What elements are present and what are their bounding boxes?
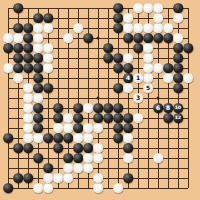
black-stone[interactable]	[113, 103, 123, 113]
white-stone[interactable]	[163, 23, 173, 33]
black-stone[interactable]	[123, 33, 133, 43]
black-stone[interactable]	[43, 163, 53, 173]
go-board[interactable]: 4153681012	[0, 0, 200, 200]
white-stone[interactable]	[93, 143, 103, 153]
white-stone[interactable]	[83, 133, 93, 143]
black-stone[interactable]	[173, 53, 183, 63]
white-stone[interactable]	[93, 153, 103, 163]
white-stone[interactable]	[123, 133, 133, 143]
black-stone[interactable]	[163, 63, 173, 73]
black-stone[interactable]	[53, 103, 63, 113]
black-stone[interactable]	[133, 33, 143, 43]
white-stone[interactable]	[33, 43, 43, 53]
white-stone[interactable]	[163, 73, 173, 83]
black-stone-move-6[interactable]: 6	[153, 103, 163, 113]
white-stone[interactable]	[153, 3, 163, 13]
grid-line-vertical	[118, 8, 119, 188]
white-stone[interactable]	[43, 43, 53, 53]
black-stone[interactable]	[113, 113, 123, 123]
black-stone[interactable]	[53, 133, 63, 143]
black-stone[interactable]	[123, 63, 133, 73]
black-stone[interactable]	[43, 13, 53, 23]
white-stone[interactable]	[23, 123, 33, 133]
white-stone[interactable]	[143, 23, 153, 33]
white-stone[interactable]	[23, 83, 33, 93]
black-stone[interactable]	[113, 83, 123, 93]
black-stone[interactable]	[123, 123, 133, 133]
black-stone[interactable]	[103, 113, 113, 123]
white-stone[interactable]	[13, 33, 23, 43]
black-stone[interactable]	[173, 43, 183, 53]
black-stone[interactable]	[73, 123, 83, 133]
black-stone-move-10[interactable]: 10	[173, 103, 183, 113]
black-stone[interactable]	[93, 113, 103, 123]
black-stone[interactable]	[33, 13, 43, 23]
black-stone[interactable]	[3, 183, 13, 193]
black-stone[interactable]	[113, 13, 123, 23]
white-stone[interactable]	[73, 23, 83, 33]
move-number-label: 12	[175, 116, 181, 121]
white-stone[interactable]	[173, 33, 183, 43]
black-stone[interactable]	[123, 173, 133, 183]
white-stone[interactable]	[43, 23, 53, 33]
move-number-label: 1	[136, 75, 140, 81]
white-stone[interactable]	[33, 183, 43, 193]
black-stone[interactable]	[113, 53, 123, 63]
white-stone-move-1[interactable]: 1	[133, 73, 143, 83]
black-stone[interactable]	[13, 63, 23, 73]
white-stone[interactable]	[73, 163, 83, 173]
black-stone[interactable]	[53, 143, 63, 153]
white-stone[interactable]	[143, 3, 153, 13]
white-stone[interactable]	[113, 183, 123, 193]
black-stone[interactable]	[103, 103, 113, 113]
black-stone[interactable]	[173, 63, 183, 73]
black-stone[interactable]	[63, 153, 73, 163]
white-stone[interactable]	[53, 123, 63, 133]
black-stone[interactable]	[73, 103, 83, 113]
white-stone[interactable]	[33, 93, 43, 103]
black-stone[interactable]	[23, 63, 33, 73]
white-stone[interactable]	[83, 153, 93, 163]
white-stone[interactable]	[63, 33, 73, 43]
white-stone[interactable]	[93, 173, 103, 183]
black-stone[interactable]	[13, 143, 23, 153]
black-stone-move-8[interactable]: 8	[163, 103, 173, 113]
black-stone[interactable]	[83, 33, 93, 43]
black-stone[interactable]	[33, 63, 43, 73]
white-stone[interactable]	[93, 123, 103, 133]
black-stone[interactable]	[33, 83, 43, 93]
white-stone[interactable]	[43, 173, 53, 183]
black-stone[interactable]	[143, 33, 153, 43]
black-stone[interactable]	[3, 133, 13, 143]
white-stone[interactable]	[153, 153, 163, 163]
black-stone[interactable]	[33, 113, 43, 123]
black-stone[interactable]	[163, 113, 173, 123]
white-stone[interactable]	[93, 183, 103, 193]
white-stone[interactable]	[153, 13, 163, 23]
black-stone[interactable]	[173, 83, 183, 93]
white-stone[interactable]	[143, 43, 153, 53]
white-stone[interactable]	[123, 23, 133, 33]
white-stone[interactable]	[63, 173, 73, 183]
black-stone[interactable]	[163, 33, 173, 43]
move-number-label: 8	[166, 105, 170, 111]
black-stone[interactable]	[33, 123, 43, 133]
black-stone[interactable]	[133, 43, 143, 53]
black-stone[interactable]	[13, 23, 23, 33]
black-stone[interactable]	[23, 53, 33, 63]
black-stone[interactable]	[13, 173, 23, 183]
black-stone[interactable]	[33, 153, 43, 163]
grid-line-vertical	[108, 8, 109, 188]
white-stone[interactable]	[33, 33, 43, 43]
move-number-label: 10	[175, 106, 181, 111]
black-stone[interactable]	[23, 173, 33, 183]
black-stone[interactable]	[103, 53, 113, 63]
move-number-label: 6	[156, 105, 160, 111]
white-stone[interactable]	[73, 133, 83, 143]
black-stone[interactable]	[113, 23, 123, 33]
white-stone[interactable]	[173, 13, 183, 23]
black-stone[interactable]	[103, 43, 113, 53]
black-stone[interactable]	[123, 113, 133, 123]
white-stone[interactable]	[123, 153, 133, 163]
black-stone[interactable]	[113, 133, 123, 143]
black-stone[interactable]	[13, 53, 23, 63]
black-stone[interactable]	[23, 23, 33, 33]
grid-line-vertical	[188, 8, 189, 188]
black-stone[interactable]	[23, 33, 33, 43]
black-stone[interactable]	[153, 33, 163, 43]
black-stone[interactable]	[33, 53, 43, 63]
black-stone[interactable]	[13, 3, 23, 13]
white-stone[interactable]	[63, 123, 73, 133]
black-stone[interactable]	[73, 113, 83, 123]
white-stone[interactable]	[83, 103, 93, 113]
black-stone[interactable]	[63, 133, 73, 143]
white-stone[interactable]	[3, 33, 13, 43]
white-stone[interactable]	[43, 183, 53, 193]
white-stone[interactable]	[143, 63, 153, 73]
white-stone[interactable]	[13, 73, 23, 83]
white-stone[interactable]	[53, 173, 63, 183]
white-stone[interactable]	[43, 53, 53, 63]
white-stone[interactable]	[123, 13, 133, 23]
star-point	[157, 97, 160, 100]
black-stone[interactable]	[93, 103, 103, 113]
black-stone[interactable]	[183, 43, 193, 53]
black-stone[interactable]	[53, 113, 63, 123]
white-stone[interactable]	[133, 3, 143, 13]
black-stone[interactable]	[83, 143, 93, 153]
black-stone-move-4[interactable]: 4	[123, 73, 133, 83]
move-number-label: 3	[136, 95, 140, 101]
black-stone[interactable]	[33, 73, 43, 83]
white-stone[interactable]	[133, 113, 143, 123]
white-stone[interactable]	[23, 103, 33, 113]
white-stone[interactable]	[133, 23, 143, 33]
black-stone[interactable]	[173, 3, 183, 13]
white-stone-move-5[interactable]: 5	[143, 83, 153, 93]
move-number-label: 5	[146, 85, 150, 91]
white-stone-move-3[interactable]: 3	[133, 93, 143, 103]
white-stone[interactable]	[143, 53, 153, 63]
black-stone[interactable]	[113, 63, 123, 73]
move-number-label: 4	[126, 75, 130, 81]
black-stone-move-12[interactable]: 12	[173, 113, 183, 123]
black-stone[interactable]	[43, 83, 53, 93]
white-stone[interactable]	[83, 123, 93, 133]
white-stone[interactable]	[123, 83, 133, 93]
white-stone[interactable]	[153, 63, 163, 73]
black-stone[interactable]	[173, 73, 183, 83]
white-stone[interactable]	[63, 163, 73, 173]
white-stone[interactable]	[23, 113, 33, 123]
star-point	[97, 97, 100, 100]
star-point	[97, 37, 100, 40]
black-stone[interactable]	[43, 133, 53, 143]
white-stone[interactable]	[183, 73, 193, 83]
white-stone[interactable]	[23, 133, 33, 143]
black-stone[interactable]	[13, 43, 23, 53]
white-stone[interactable]	[153, 23, 163, 33]
black-stone[interactable]	[23, 143, 33, 153]
black-stone[interactable]	[113, 3, 123, 13]
white-stone[interactable]	[43, 63, 53, 73]
black-stone[interactable]	[73, 153, 83, 163]
black-stone[interactable]	[23, 43, 33, 53]
white-stone[interactable]	[3, 63, 13, 73]
white-stone[interactable]	[63, 113, 73, 123]
black-stone[interactable]	[73, 143, 83, 153]
black-stone[interactable]	[123, 143, 133, 153]
white-stone[interactable]	[143, 73, 153, 83]
black-stone[interactable]	[33, 103, 43, 113]
white-stone[interactable]	[83, 163, 93, 173]
white-stone[interactable]	[33, 23, 43, 33]
white-stone[interactable]	[123, 53, 133, 63]
grid-line-horizontal	[8, 168, 188, 169]
black-stone[interactable]	[113, 123, 123, 133]
white-stone[interactable]	[23, 93, 33, 103]
white-stone[interactable]	[33, 133, 43, 143]
black-stone[interactable]	[3, 43, 13, 53]
